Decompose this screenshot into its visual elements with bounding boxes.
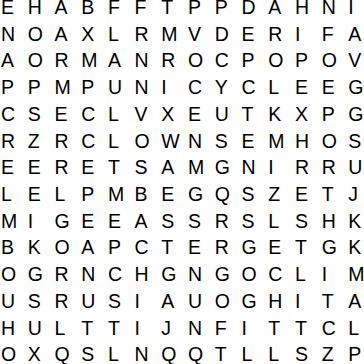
grid-cell[interactable]: L	[240, 347, 267, 364]
grid-cell[interactable]: N	[134, 347, 161, 364]
grid-cell[interactable]: T	[214, 347, 241, 364]
grid-cell[interactable]: Z	[321, 347, 348, 364]
grid-cell[interactable]: Q	[53, 347, 80, 364]
grid-cell[interactable]: S	[80, 347, 107, 364]
grid-cell[interactable]: Q	[187, 347, 214, 364]
grid-cell[interactable]: Q	[160, 347, 187, 364]
grid-cell[interactable]: X	[27, 347, 54, 364]
grid-cell[interactable]: S	[294, 347, 321, 364]
word-search-grid: EHABFFTPPDAHNINOAXLRMVDERIFAAORMANROCPOP…	[0, 0, 364, 364]
grid-cell[interactable]: P	[347, 347, 364, 364]
grid-cell[interactable]: O	[0, 347, 27, 364]
grid-cell[interactable]: L	[267, 347, 294, 364]
grid-cell[interactable]: L	[107, 347, 134, 364]
